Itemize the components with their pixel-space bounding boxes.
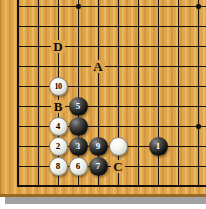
intersection-D3[interactable]: 3 <box>68 136 88 156</box>
stone-number: 5 <box>76 102 81 111</box>
intersection-C8[interactable]: D <box>48 36 68 56</box>
stone-white-C4-move-4[interactable]: 4 <box>49 117 68 136</box>
intersection-H10[interactable] <box>148 0 168 16</box>
stone-white-F3[interactable] <box>109 137 128 156</box>
stone-white-C3-move-2[interactable]: 2 <box>49 137 68 156</box>
intersection-J6[interactable] <box>168 76 188 96</box>
intersection-B2[interactable] <box>28 156 48 176</box>
intersection-K9[interactable] <box>188 16 206 36</box>
stone-black-D5-move-5[interactable]: 5 <box>69 97 88 116</box>
intersection-E2[interactable]: 7 <box>88 156 108 176</box>
letter-point-A[interactable]: A <box>91 60 105 73</box>
intersection-E5[interactable] <box>88 96 108 116</box>
stone-white-C6-move-10[interactable]: 10 <box>49 77 68 96</box>
intersection-G2[interactable] <box>128 156 148 176</box>
intersection-F2[interactable]: C <box>108 156 128 176</box>
stone-black-E2-move-7[interactable]: 7 <box>89 157 108 176</box>
intersection-J3[interactable] <box>168 136 188 156</box>
intersection-H2[interactable] <box>148 156 168 176</box>
letter-point-D[interactable]: D <box>51 40 65 53</box>
intersection-E9[interactable] <box>88 16 108 36</box>
intersection-A8[interactable] <box>8 36 28 56</box>
letter-point-C[interactable]: C <box>111 160 125 173</box>
intersection-H5[interactable] <box>148 96 168 116</box>
intersection-J8[interactable] <box>168 36 188 56</box>
stone-number: 2 <box>56 142 61 151</box>
stone-number: 6 <box>76 162 81 171</box>
intersection-E8[interactable] <box>88 36 108 56</box>
intersection-A3[interactable] <box>8 136 28 156</box>
intersection-J2[interactable] <box>168 156 188 176</box>
intersection-B7[interactable] <box>28 56 48 76</box>
intersection-J5[interactable] <box>168 96 188 116</box>
intersection-K1[interactable] <box>188 176 206 196</box>
intersection-C10[interactable] <box>48 0 68 16</box>
intersection-B8[interactable] <box>28 36 48 56</box>
intersection-D10[interactable] <box>68 0 88 16</box>
intersection-G6[interactable] <box>128 76 148 96</box>
intersection-D9[interactable] <box>68 16 88 36</box>
intersection-J9[interactable] <box>168 16 188 36</box>
intersection-G1[interactable] <box>128 176 148 196</box>
intersection-A10[interactable] <box>8 0 28 16</box>
intersection-E7[interactable]: A <box>88 56 108 76</box>
intersection-C1[interactable] <box>48 176 68 196</box>
intersection-J4[interactable] <box>168 116 188 136</box>
intersection-E10[interactable] <box>88 0 108 16</box>
stone-black-D3-move-3[interactable]: 3 <box>69 137 88 156</box>
intersection-A2[interactable] <box>8 156 28 176</box>
intersection-B4[interactable] <box>28 116 48 136</box>
intersection-B1[interactable] <box>28 176 48 196</box>
intersection-B5[interactable] <box>28 96 48 116</box>
stone-black-E3-move-9[interactable]: 9 <box>89 137 108 156</box>
intersection-H7[interactable] <box>148 56 168 76</box>
intersection-F6[interactable] <box>108 76 128 96</box>
intersection-D1[interactable] <box>68 176 88 196</box>
intersection-C3[interactable]: 2 <box>48 136 68 156</box>
intersection-D5[interactable]: 5 <box>68 96 88 116</box>
intersection-G4[interactable] <box>128 116 148 136</box>
intersection-A5[interactable] <box>8 96 28 116</box>
intersection-K7[interactable] <box>188 56 206 76</box>
go-diagram: DA10B542391867C <box>0 0 206 209</box>
stone-number: 9 <box>96 142 101 151</box>
intersection-C9[interactable] <box>48 16 68 36</box>
intersection-J1[interactable] <box>168 176 188 196</box>
intersection-G8[interactable] <box>128 36 148 56</box>
intersection-C7[interactable] <box>48 56 68 76</box>
intersection-A9[interactable] <box>8 16 28 36</box>
intersection-D6[interactable] <box>68 76 88 96</box>
intersection-F5[interactable] <box>108 96 128 116</box>
intersection-F10[interactable] <box>108 0 128 16</box>
intersection-B10[interactable] <box>28 0 48 16</box>
intersection-H9[interactable] <box>148 16 168 36</box>
intersection-G3[interactable] <box>128 136 148 156</box>
intersection-D4[interactable] <box>68 116 88 136</box>
stone-number: 7 <box>96 162 101 171</box>
intersection-B9[interactable] <box>28 16 48 36</box>
intersection-C2[interactable]: 8 <box>48 156 68 176</box>
intersection-A1[interactable] <box>8 176 28 196</box>
intersection-A7[interactable] <box>8 56 28 76</box>
intersection-E6[interactable] <box>88 76 108 96</box>
stone-white-D2-move-6[interactable]: 6 <box>69 157 88 176</box>
intersection-J10[interactable] <box>168 0 188 16</box>
intersection-B3[interactable] <box>28 136 48 156</box>
intersection-G7[interactable] <box>128 56 148 76</box>
intersection-C5[interactable]: B <box>48 96 68 116</box>
intersection-E3[interactable]: 9 <box>88 136 108 156</box>
intersection-F9[interactable] <box>108 16 128 36</box>
board-shadow <box>5 197 206 204</box>
intersection-H8[interactable] <box>148 36 168 56</box>
stone-black-H3-move-1[interactable]: 1 <box>149 137 168 156</box>
intersection-H1[interactable] <box>148 176 168 196</box>
intersection-K4[interactable] <box>188 116 206 136</box>
intersection-K2[interactable] <box>188 156 206 176</box>
go-board[interactable]: DA10B542391867C <box>0 0 206 197</box>
intersection-A4[interactable] <box>8 116 28 136</box>
intersection-K5[interactable] <box>188 96 206 116</box>
intersection-D2[interactable]: 6 <box>68 156 88 176</box>
stone-number: 8 <box>56 162 61 171</box>
intersection-A6[interactable] <box>8 76 28 96</box>
stone-white-C2-move-8[interactable]: 8 <box>49 157 68 176</box>
intersection-H3[interactable]: 1 <box>148 136 168 156</box>
intersection-grid: DA10B542391867C <box>8 0 206 196</box>
intersection-F7[interactable] <box>108 56 128 76</box>
intersection-E1[interactable] <box>88 176 108 196</box>
stone-number: 10 <box>55 82 62 91</box>
intersection-D7[interactable] <box>68 56 88 76</box>
stone-number: 3 <box>76 142 81 151</box>
intersection-C6[interactable]: 10 <box>48 76 68 96</box>
stone-number: 4 <box>56 122 61 131</box>
intersection-C4[interactable]: 4 <box>48 116 68 136</box>
intersection-F3[interactable] <box>108 136 128 156</box>
intersection-K6[interactable] <box>188 76 206 96</box>
intersection-K10[interactable] <box>188 0 206 16</box>
intersection-E4[interactable] <box>88 116 108 136</box>
intersection-K8[interactable] <box>188 36 206 56</box>
intersection-G9[interactable] <box>128 16 148 36</box>
intersection-F1[interactable] <box>108 176 128 196</box>
intersection-B6[interactable] <box>28 76 48 96</box>
letter-point-B[interactable]: B <box>51 100 65 113</box>
intersection-G5[interactable] <box>128 96 148 116</box>
intersection-D8[interactable] <box>68 36 88 56</box>
intersection-F4[interactable] <box>108 116 128 136</box>
stone-black-D4[interactable] <box>69 117 88 136</box>
intersection-K3[interactable] <box>188 136 206 156</box>
intersection-G10[interactable] <box>128 0 148 16</box>
intersection-H4[interactable] <box>148 116 168 136</box>
intersection-F8[interactable] <box>108 36 128 56</box>
stone-number: 1 <box>156 142 161 151</box>
intersection-H6[interactable] <box>148 76 168 96</box>
intersection-J7[interactable] <box>168 56 188 76</box>
